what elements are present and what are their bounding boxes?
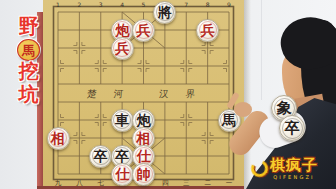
title-circled-char: 馬 xyxy=(17,39,40,61)
title-char: 野 xyxy=(13,16,44,37)
file-label-top: 4 xyxy=(117,1,127,8)
piece-char: 相 xyxy=(137,131,151,145)
piece-char: 卒 xyxy=(94,149,108,163)
piece-char: 兵 xyxy=(115,41,129,55)
piece-black-chariot: 車 xyxy=(111,109,134,132)
piece-char: 仕 xyxy=(115,167,129,181)
file-label-bottom: 八 xyxy=(73,179,85,188)
file-label-top: 9 xyxy=(224,1,234,8)
file-label-bottom: 四 xyxy=(159,179,171,188)
piece-black-general: 將 xyxy=(153,1,176,24)
piece-char: 馬 xyxy=(222,113,236,127)
board-edge-shadow xyxy=(244,0,251,189)
file-label-top: 7 xyxy=(181,1,191,8)
xiangqi-board: 楚 河 汉 界 123456789 九八七六五四三二一 將炮兵兵兵車炮馬相相卒卒… xyxy=(43,0,244,186)
file-label-top: 2 xyxy=(74,1,84,8)
file-label-bottom: 一 xyxy=(223,179,235,188)
piece-char: 帥 xyxy=(137,167,151,181)
file-label-bottom: 三 xyxy=(180,179,192,188)
wall-seam xyxy=(261,0,262,100)
piece-char: 兵 xyxy=(201,23,215,37)
file-label-top: 1 xyxy=(53,1,63,8)
piece-red-soldier: 兵 xyxy=(111,37,134,60)
file-label-bottom: 九 xyxy=(52,179,64,188)
channel-logo-text: 棋疯子 xyxy=(270,157,318,173)
title-char: 挖 xyxy=(13,61,44,82)
file-label-bottom: 二 xyxy=(202,179,214,188)
piece-char: 將 xyxy=(158,5,172,19)
piece-red-soldier: 兵 xyxy=(196,19,219,42)
file-label-top: 3 xyxy=(96,1,106,8)
piece-red-general: 帥 xyxy=(132,163,155,186)
piece-char: 相 xyxy=(51,131,65,145)
piece-char: 卒 xyxy=(115,149,129,163)
file-label-bottom: 七 xyxy=(95,179,107,188)
video-frame: 楚 河 汉 界 123456789 九八七六五四三二一 將炮兵兵兵車炮馬相相卒卒… xyxy=(0,0,336,189)
piece-char: 象 xyxy=(277,101,292,116)
piece-black-soldier: 卒 xyxy=(89,145,112,168)
channel-logo-subtext: QIFENGZI xyxy=(270,174,318,180)
channel-logo-icon xyxy=(249,158,270,179)
piece-red-soldier: 兵 xyxy=(132,19,155,42)
piece-char: 卒 xyxy=(285,121,300,136)
file-label-top: 5 xyxy=(139,1,149,8)
file-label-top: 8 xyxy=(203,1,213,8)
piece-red-advisor: 仕 xyxy=(111,163,134,186)
piece-char: 仕 xyxy=(137,149,151,163)
river-label-chu: 楚 河 xyxy=(86,87,131,101)
title-char: 坑 xyxy=(13,84,44,105)
piece-char: 車 xyxy=(115,113,129,127)
piece-char: 炮 xyxy=(115,23,129,37)
title-char-text: 馬 xyxy=(22,44,35,57)
piece-red-elephant: 相 xyxy=(47,127,70,150)
piece-char: 炮 xyxy=(137,113,151,127)
river-label-han: 汉 界 xyxy=(158,87,203,101)
presenter-hand xyxy=(234,102,252,117)
channel-logo: 棋疯子 QIFENGZI xyxy=(251,157,318,180)
captured-black-soldier: 卒 xyxy=(279,115,305,141)
piece-char: 兵 xyxy=(137,23,151,37)
